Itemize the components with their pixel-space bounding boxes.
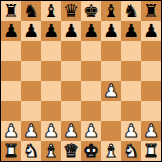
square-f7[interactable]: ♟ [101, 21, 121, 41]
square-c3[interactable] [41, 101, 61, 121]
black-knight[interactable]: ♞ [123, 1, 139, 21]
square-g2[interactable]: ♟ [121, 121, 141, 141]
square-b7[interactable]: ♟ [21, 21, 41, 41]
square-h3[interactable] [141, 101, 161, 121]
white-pawn[interactable]: ♟ [103, 81, 119, 101]
square-a5[interactable] [1, 61, 21, 81]
square-a6[interactable] [1, 41, 21, 61]
square-e3[interactable] [81, 101, 101, 121]
black-pawn[interactable]: ♟ [103, 21, 119, 41]
square-e6[interactable] [81, 41, 101, 61]
square-g8[interactable]: ♞ [121, 1, 141, 21]
square-a2[interactable]: ♟ [1, 121, 21, 141]
white-pawn[interactable]: ♟ [23, 121, 39, 141]
white-bishop[interactable]: ♝ [103, 141, 119, 161]
square-e4[interactable] [81, 81, 101, 101]
black-rook[interactable]: ♜ [3, 1, 19, 21]
white-pawn[interactable]: ♟ [143, 121, 159, 141]
square-g4[interactable] [121, 81, 141, 101]
square-c2[interactable]: ♟ [41, 121, 61, 141]
square-f1[interactable]: ♝ [101, 141, 121, 161]
square-f5[interactable] [101, 61, 121, 81]
square-h1[interactable]: ♜ [141, 141, 161, 161]
square-h7[interactable]: ♟ [141, 21, 161, 41]
square-b3[interactable] [21, 101, 41, 121]
square-e5[interactable] [81, 61, 101, 81]
square-b6[interactable] [21, 41, 41, 61]
black-pawn[interactable]: ♟ [23, 21, 39, 41]
square-e8[interactable]: ♚ [81, 1, 101, 21]
black-pawn[interactable]: ♟ [123, 21, 139, 41]
black-bishop[interactable]: ♝ [43, 1, 59, 21]
chessboard-container: ♜♞♝♛♚♝♞♜♟♟♟♟♟♟♟♟♟♟♟♟♟♟♟♟♜♞♝♛♚♝♞♜ [0, 0, 162, 162]
square-f4[interactable]: ♟ [101, 81, 121, 101]
square-h2[interactable]: ♟ [141, 121, 161, 141]
square-h6[interactable] [141, 41, 161, 61]
white-pawn[interactable]: ♟ [63, 121, 79, 141]
white-pawn[interactable]: ♟ [43, 121, 59, 141]
square-g6[interactable] [121, 41, 141, 61]
square-d4[interactable] [61, 81, 81, 101]
square-b5[interactable] [21, 61, 41, 81]
square-c1[interactable]: ♝ [41, 141, 61, 161]
square-e1[interactable]: ♚ [81, 141, 101, 161]
black-pawn[interactable]: ♟ [43, 21, 59, 41]
square-g7[interactable]: ♟ [121, 21, 141, 41]
square-f6[interactable] [101, 41, 121, 61]
white-knight[interactable]: ♞ [23, 141, 39, 161]
white-queen[interactable]: ♛ [63, 141, 79, 161]
square-d6[interactable] [61, 41, 81, 61]
square-d5[interactable] [61, 61, 81, 81]
square-e7[interactable]: ♟ [81, 21, 101, 41]
square-h8[interactable]: ♜ [141, 1, 161, 21]
black-pawn[interactable]: ♟ [63, 21, 79, 41]
black-pawn[interactable]: ♟ [143, 21, 159, 41]
square-c8[interactable]: ♝ [41, 1, 61, 21]
square-c5[interactable] [41, 61, 61, 81]
square-a1[interactable]: ♜ [1, 141, 21, 161]
black-pawn[interactable]: ♟ [83, 21, 99, 41]
black-queen[interactable]: ♛ [63, 1, 79, 21]
square-f3[interactable] [101, 101, 121, 121]
black-king[interactable]: ♚ [83, 1, 99, 21]
square-a7[interactable]: ♟ [1, 21, 21, 41]
square-c4[interactable] [41, 81, 61, 101]
black-pawn[interactable]: ♟ [3, 21, 19, 41]
square-h4[interactable] [141, 81, 161, 101]
square-c6[interactable] [41, 41, 61, 61]
square-d3[interactable] [61, 101, 81, 121]
black-knight[interactable]: ♞ [23, 1, 39, 21]
square-g3[interactable] [121, 101, 141, 121]
square-f2[interactable] [101, 121, 121, 141]
black-bishop[interactable]: ♝ [103, 1, 119, 21]
square-g1[interactable]: ♞ [121, 141, 141, 161]
square-b1[interactable]: ♞ [21, 141, 41, 161]
white-rook[interactable]: ♜ [3, 141, 19, 161]
white-pawn[interactable]: ♟ [123, 121, 139, 141]
square-g5[interactable] [121, 61, 141, 81]
square-b4[interactable] [21, 81, 41, 101]
black-rook[interactable]: ♜ [143, 1, 159, 21]
square-f8[interactable]: ♝ [101, 1, 121, 21]
square-d7[interactable]: ♟ [61, 21, 81, 41]
square-d2[interactable]: ♟ [61, 121, 81, 141]
square-a3[interactable] [1, 101, 21, 121]
square-a4[interactable] [1, 81, 21, 101]
square-b8[interactable]: ♞ [21, 1, 41, 21]
white-knight[interactable]: ♞ [123, 141, 139, 161]
square-b2[interactable]: ♟ [21, 121, 41, 141]
square-a8[interactable]: ♜ [1, 1, 21, 21]
square-e2[interactable]: ♟ [81, 121, 101, 141]
white-pawn[interactable]: ♟ [3, 121, 19, 141]
square-h5[interactable] [141, 61, 161, 81]
white-pawn[interactable]: ♟ [83, 121, 99, 141]
square-d8[interactable]: ♛ [61, 1, 81, 21]
chessboard: ♜♞♝♛♚♝♞♜♟♟♟♟♟♟♟♟♟♟♟♟♟♟♟♟♜♞♝♛♚♝♞♜ [0, 0, 162, 162]
white-rook[interactable]: ♜ [143, 141, 159, 161]
square-c7[interactable]: ♟ [41, 21, 61, 41]
white-bishop[interactable]: ♝ [43, 141, 59, 161]
square-d1[interactable]: ♛ [61, 141, 81, 161]
white-king[interactable]: ♚ [83, 141, 99, 161]
